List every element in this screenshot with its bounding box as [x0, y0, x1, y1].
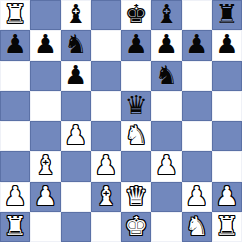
square-b4[interactable]	[30, 121, 60, 151]
square-d7[interactable]	[91, 30, 121, 60]
square-f4[interactable]	[151, 121, 181, 151]
square-h2[interactable]: ♟	[212, 182, 242, 212]
square-e3[interactable]	[121, 151, 151, 181]
square-g1[interactable]: ♞	[182, 212, 212, 242]
white-bishop[interactable]: ♝	[34, 152, 57, 178]
square-b6[interactable]	[30, 61, 60, 91]
square-e5[interactable]: ♛	[121, 91, 151, 121]
square-c2[interactable]	[61, 182, 91, 212]
square-h8[interactable]: ♜	[212, 0, 242, 30]
square-g6[interactable]	[182, 61, 212, 91]
white-knight[interactable]: ♞	[185, 213, 208, 239]
black-rook[interactable]: ♜	[215, 1, 238, 27]
square-c5[interactable]	[61, 91, 91, 121]
square-e8[interactable]: ♚	[121, 0, 151, 30]
square-a8[interactable]: ♜	[0, 0, 30, 30]
square-b8[interactable]	[30, 0, 60, 30]
square-g7[interactable]: ♟	[182, 30, 212, 60]
square-a7[interactable]: ♟	[0, 30, 30, 60]
square-e1[interactable]: ♚	[121, 212, 151, 242]
square-b3[interactable]: ♝	[30, 151, 60, 181]
square-h3[interactable]	[212, 151, 242, 181]
square-b5[interactable]	[30, 91, 60, 121]
white-knight[interactable]: ♞	[124, 122, 147, 148]
black-pawn[interactable]: ♟	[64, 62, 87, 88]
square-a4[interactable]	[0, 121, 30, 151]
black-bishop[interactable]: ♝	[155, 1, 178, 27]
square-b2[interactable]: ♟	[30, 182, 60, 212]
black-pawn[interactable]: ♟	[3, 31, 26, 57]
black-pawn[interactable]: ♟	[124, 31, 147, 57]
square-f1[interactable]	[151, 212, 181, 242]
square-d8[interactable]	[91, 0, 121, 30]
black-bishop[interactable]: ♝	[64, 1, 87, 27]
white-rook[interactable]: ♜	[3, 213, 26, 239]
square-d1[interactable]	[91, 212, 121, 242]
square-a5[interactable]	[0, 91, 30, 121]
square-b1[interactable]	[30, 212, 60, 242]
square-e2[interactable]: ♛	[121, 182, 151, 212]
black-pawn[interactable]: ♟	[155, 31, 178, 57]
white-king[interactable]: ♚	[124, 213, 147, 239]
square-c7[interactable]: ♞	[61, 30, 91, 60]
black-pawn[interactable]: ♟	[215, 31, 238, 57]
square-g5[interactable]	[182, 91, 212, 121]
square-f2[interactable]	[151, 182, 181, 212]
square-c1[interactable]	[61, 212, 91, 242]
square-e6[interactable]	[121, 61, 151, 91]
square-g4[interactable]	[182, 121, 212, 151]
square-g2[interactable]: ♟	[182, 182, 212, 212]
black-knight[interactable]: ♞	[64, 31, 87, 57]
white-bishop[interactable]: ♝	[94, 183, 117, 209]
square-a3[interactable]	[0, 151, 30, 181]
white-pawn[interactable]: ♟	[215, 183, 238, 209]
square-d6[interactable]	[91, 61, 121, 91]
square-a2[interactable]: ♟	[0, 182, 30, 212]
square-g8[interactable]	[182, 0, 212, 30]
square-h5[interactable]	[212, 91, 242, 121]
square-g3[interactable]	[182, 151, 212, 181]
square-d5[interactable]	[91, 91, 121, 121]
square-c4[interactable]: ♟	[61, 121, 91, 151]
square-h1[interactable]: ♜	[212, 212, 242, 242]
square-h6[interactable]	[212, 61, 242, 91]
white-pawn[interactable]: ♟	[3, 183, 26, 209]
square-a6[interactable]	[0, 61, 30, 91]
black-queen[interactable]: ♛	[124, 92, 147, 118]
square-d3[interactable]: ♟	[91, 151, 121, 181]
square-f6[interactable]: ♞	[151, 61, 181, 91]
square-h7[interactable]: ♟	[212, 30, 242, 60]
black-pawn[interactable]: ♟	[185, 31, 208, 57]
white-pawn[interactable]: ♟	[155, 152, 178, 178]
square-d4[interactable]	[91, 121, 121, 151]
black-knight[interactable]: ♞	[155, 62, 178, 88]
square-e7[interactable]: ♟	[121, 30, 151, 60]
square-c8[interactable]: ♝	[61, 0, 91, 30]
square-a1[interactable]: ♜	[0, 212, 30, 242]
white-rook[interactable]: ♜	[3, 1, 26, 27]
square-f8[interactable]: ♝	[151, 0, 181, 30]
square-f7[interactable]: ♟	[151, 30, 181, 60]
square-c3[interactable]	[61, 151, 91, 181]
white-pawn[interactable]: ♟	[185, 183, 208, 209]
white-rook[interactable]: ♜	[215, 213, 238, 239]
black-king[interactable]: ♚	[124, 1, 147, 27]
white-pawn[interactable]: ♟	[94, 152, 117, 178]
black-pawn[interactable]: ♟	[34, 31, 57, 57]
square-e4[interactable]: ♞	[121, 121, 151, 151]
white-queen[interactable]: ♛	[124, 183, 147, 209]
square-f3[interactable]: ♟	[151, 151, 181, 181]
white-pawn[interactable]: ♟	[64, 122, 87, 148]
white-pawn[interactable]: ♟	[34, 183, 57, 209]
chess-board: ♜♝♚♝♜♟♟♞♟♟♟♟♟♞♛♟♞♝♟♟♟♟♝♛♟♟♜♚♞♜	[0, 0, 242, 242]
square-c6[interactable]: ♟	[61, 61, 91, 91]
square-b7[interactable]: ♟	[30, 30, 60, 60]
square-h4[interactable]	[212, 121, 242, 151]
square-d2[interactable]: ♝	[91, 182, 121, 212]
square-f5[interactable]	[151, 91, 181, 121]
